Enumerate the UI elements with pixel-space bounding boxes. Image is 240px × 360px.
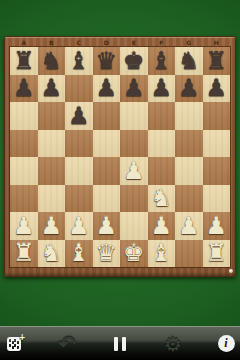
piece-black-queen[interactable]: ♛ (93, 47, 121, 75)
file-label-d: D (93, 38, 121, 47)
square-a8[interactable]: ♜ (10, 47, 38, 75)
square-a7[interactable]: ♟ (10, 75, 38, 103)
square-a5[interactable] (10, 130, 38, 158)
square-d1[interactable]: ♛ (93, 240, 121, 268)
new-game-board-icon: + (7, 337, 21, 351)
info-icon: i (218, 335, 235, 352)
square-f2[interactable]: ♟ (148, 212, 176, 240)
piece-white-rook[interactable]: ♜ (203, 240, 231, 268)
square-h8[interactable]: ♜ (203, 47, 231, 75)
square-g8[interactable]: ♞ (175, 47, 203, 75)
square-f3[interactable]: ♞ (148, 185, 176, 213)
square-a2[interactable]: ♟ (10, 212, 38, 240)
file-label-h: H (203, 38, 231, 47)
piece-white-pawn[interactable]: ♟ (38, 212, 66, 240)
square-c8[interactable]: ♝ (65, 47, 93, 75)
chess-board-frame: ABCDEFGH ♜♞♝♛♚♝♞♜♟♟♟♟♟♟♟♟♟♞♟♟♟♟♟♟♟♜♞♝♛♚♝… (4, 36, 236, 277)
square-h4[interactable] (203, 157, 231, 185)
square-e5[interactable] (120, 130, 148, 158)
piece-white-bishop[interactable]: ♝ (148, 240, 176, 268)
piece-black-pawn[interactable]: ♟ (93, 75, 121, 103)
piece-black-pawn[interactable]: ♟ (65, 102, 93, 130)
chess-app: ABCDEFGH ♜♞♝♛♚♝♞♜♟♟♟♟♟♟♟♟♟♞♟♟♟♟♟♟♟♜♞♝♛♚♝… (0, 0, 240, 360)
square-h6[interactable] (203, 102, 231, 130)
square-c6[interactable]: ♟ (65, 102, 93, 130)
piece-black-bishop[interactable]: ♝ (65, 47, 93, 75)
piece-white-pawn[interactable]: ♟ (65, 212, 93, 240)
square-b4[interactable] (38, 157, 66, 185)
square-c2[interactable]: ♟ (65, 212, 93, 240)
square-e2[interactable] (120, 212, 148, 240)
square-a6[interactable] (10, 102, 38, 130)
piece-white-pawn[interactable]: ♟ (148, 212, 176, 240)
square-d4[interactable] (93, 157, 121, 185)
square-g7[interactable]: ♟ (175, 75, 203, 103)
piece-black-knight[interactable]: ♞ (175, 47, 203, 75)
square-f8[interactable]: ♝ (148, 47, 176, 75)
square-b5[interactable] (38, 130, 66, 158)
square-e8[interactable]: ♚ (120, 47, 148, 75)
square-g4[interactable] (175, 157, 203, 185)
square-g2[interactable]: ♟ (175, 212, 203, 240)
plus-icon: + (19, 332, 25, 343)
file-label-c: C (65, 38, 93, 47)
square-d8[interactable]: ♛ (93, 47, 121, 75)
square-f1[interactable]: ♝ (148, 240, 176, 268)
square-b2[interactable]: ♟ (38, 212, 66, 240)
gear-icon: ⚙ (164, 334, 182, 354)
square-e3[interactable] (120, 185, 148, 213)
info-button[interactable]: i (214, 327, 238, 360)
square-b1[interactable]: ♞ (38, 240, 66, 268)
square-d6[interactable] (93, 102, 121, 130)
undo-button[interactable]: ↶ (55, 327, 79, 360)
piece-white-pawn[interactable]: ♟ (203, 212, 231, 240)
piece-black-pawn[interactable]: ♟ (203, 75, 231, 103)
square-b8[interactable]: ♞ (38, 47, 66, 75)
square-e6[interactable] (120, 102, 148, 130)
square-h5[interactable] (203, 130, 231, 158)
square-g1[interactable] (175, 240, 203, 268)
square-g6[interactable] (175, 102, 203, 130)
square-b3[interactable] (38, 185, 66, 213)
piece-white-knight[interactable]: ♞ (38, 240, 66, 268)
piece-white-queen[interactable]: ♛ (93, 240, 121, 268)
piece-black-knight[interactable]: ♞ (38, 47, 66, 75)
piece-black-bishop[interactable]: ♝ (148, 47, 176, 75)
piece-white-rook[interactable]: ♜ (10, 240, 38, 268)
file-label-g: G (175, 38, 203, 47)
piece-black-pawn[interactable]: ♟ (10, 75, 38, 103)
square-e7[interactable]: ♟ (120, 75, 148, 103)
square-c7[interactable] (65, 75, 93, 103)
square-c5[interactable] (65, 130, 93, 158)
piece-white-pawn[interactable]: ♟ (93, 212, 121, 240)
square-e4[interactable]: ♟ (120, 157, 148, 185)
square-c3[interactable] (65, 185, 93, 213)
piece-white-pawn[interactable]: ♟ (175, 212, 203, 240)
piece-white-pawn[interactable]: ♟ (120, 157, 148, 185)
undo-arrow-icon: ↶ (58, 333, 76, 354)
pause-button[interactable] (108, 327, 132, 360)
square-b7[interactable]: ♟ (38, 75, 66, 103)
piece-white-bishop[interactable]: ♝ (65, 240, 93, 268)
square-f4[interactable] (148, 157, 176, 185)
piece-black-pawn[interactable]: ♟ (175, 75, 203, 103)
square-c1[interactable]: ♝ (65, 240, 93, 268)
piece-black-pawn[interactable]: ♟ (148, 75, 176, 103)
new-game-button[interactable]: + (2, 327, 26, 360)
piece-white-knight[interactable]: ♞ (148, 185, 176, 213)
square-d3[interactable] (93, 185, 121, 213)
piece-black-pawn[interactable]: ♟ (38, 75, 66, 103)
square-a1[interactable]: ♜ (10, 240, 38, 268)
piece-black-rook[interactable]: ♜ (10, 47, 38, 75)
toolbar: + ↶ ⚙ i (0, 326, 240, 360)
square-g5[interactable] (175, 130, 203, 158)
square-d7[interactable]: ♟ (93, 75, 121, 103)
square-f6[interactable] (148, 102, 176, 130)
piece-black-king[interactable]: ♚ (120, 47, 148, 75)
square-a4[interactable] (10, 157, 38, 185)
file-label-e: E (120, 38, 148, 47)
square-f7[interactable]: ♟ (148, 75, 176, 103)
file-labels: ABCDEFGH (10, 38, 230, 47)
settings-button[interactable]: ⚙ (161, 327, 185, 360)
square-d5[interactable] (93, 130, 121, 158)
square-h7[interactable]: ♟ (203, 75, 231, 103)
piece-black-rook[interactable]: ♜ (203, 47, 231, 75)
file-label-a: A (10, 38, 38, 47)
chess-board[interactable]: ♜♞♝♛♚♝♞♜♟♟♟♟♟♟♟♟♟♞♟♟♟♟♟♟♟♜♞♝♛♚♝♜ (10, 47, 230, 267)
piece-white-king[interactable]: ♚ (120, 240, 148, 268)
piece-black-pawn[interactable]: ♟ (120, 75, 148, 103)
square-h2[interactable]: ♟ (203, 212, 231, 240)
file-label-f: F (148, 38, 176, 47)
pause-icon (114, 337, 126, 351)
square-c4[interactable] (65, 157, 93, 185)
square-b6[interactable] (38, 102, 66, 130)
square-h3[interactable] (203, 185, 231, 213)
square-a3[interactable] (10, 185, 38, 213)
square-e1[interactable]: ♚ (120, 240, 148, 268)
square-f5[interactable] (148, 130, 176, 158)
square-g3[interactable] (175, 185, 203, 213)
square-h1[interactable]: ♜ (203, 240, 231, 268)
square-d2[interactable]: ♟ (93, 212, 121, 240)
corner-pin (229, 269, 233, 273)
file-label-b: B (38, 38, 66, 47)
piece-white-pawn[interactable]: ♟ (10, 212, 38, 240)
